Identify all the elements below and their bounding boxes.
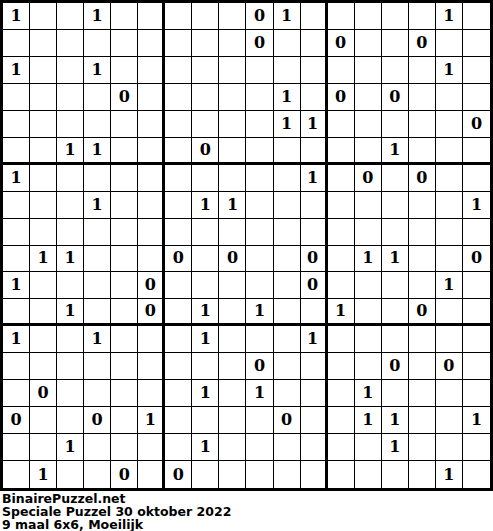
cell-r13c15[interactable] <box>382 326 409 353</box>
cell-r1c16[interactable] <box>409 3 436 30</box>
cell-r7c7[interactable] <box>165 165 192 192</box>
cell-r6c17[interactable] <box>436 138 463 165</box>
cell-r7c9[interactable] <box>219 165 246 192</box>
cell-r1c9[interactable] <box>219 3 246 30</box>
cell-r7c10[interactable] <box>246 165 273 192</box>
cell-r18c11[interactable] <box>274 461 301 488</box>
cell-r18c12[interactable] <box>301 461 328 488</box>
cell-r4c1[interactable] <box>3 84 30 111</box>
cell-r3c7[interactable] <box>165 57 192 84</box>
cell-r1c15[interactable] <box>382 3 409 30</box>
cell-r6c6[interactable] <box>138 138 165 165</box>
cell-r9c18[interactable] <box>463 219 490 246</box>
cell-r8c6[interactable] <box>138 192 165 219</box>
cell-r12c14[interactable] <box>355 299 382 326</box>
cell-r7c3[interactable] <box>57 165 84 192</box>
cell-r14c12[interactable] <box>301 353 328 380</box>
cell-r4c9[interactable] <box>219 84 246 111</box>
cell-r10c18: 0 <box>463 246 490 273</box>
cell-r8c17[interactable] <box>436 192 463 219</box>
cell-r2c17[interactable] <box>436 30 463 57</box>
cell-r18c10[interactable] <box>246 461 273 488</box>
cell-r5c6[interactable] <box>138 111 165 138</box>
cell-r4c16[interactable] <box>409 84 436 111</box>
cell-r1c7[interactable] <box>165 3 192 30</box>
cell-r10c5[interactable] <box>111 246 138 273</box>
cell-r1c11: 1 <box>274 3 301 30</box>
cell-r12c4[interactable] <box>84 299 111 326</box>
cell-r9c10[interactable] <box>246 219 273 246</box>
cell-r5c14[interactable] <box>355 111 382 138</box>
cell-r7c6[interactable] <box>138 165 165 192</box>
cell-r15c16[interactable] <box>409 380 436 407</box>
cell-r2c9[interactable] <box>219 30 246 57</box>
cell-r3c5[interactable] <box>111 57 138 84</box>
cell-r5c4[interactable] <box>84 111 111 138</box>
cell-r2c4[interactable] <box>84 30 111 57</box>
cell-r17c1[interactable] <box>3 434 30 461</box>
cell-r7c16: 0 <box>409 165 436 192</box>
cell-r11c14[interactable] <box>355 272 382 299</box>
cell-r10c9: 0 <box>219 246 246 273</box>
cell-r7c14: 0 <box>355 165 382 192</box>
cell-r11c12: 0 <box>301 272 328 299</box>
cell-r9c12[interactable] <box>301 219 328 246</box>
cell-r13c7[interactable] <box>165 326 192 353</box>
cell-r6c18[interactable] <box>463 138 490 165</box>
cell-r14c2[interactable] <box>30 353 57 380</box>
cell-r9c13[interactable] <box>328 219 355 246</box>
cell-r3c4: 1 <box>84 57 111 84</box>
cell-r5c15[interactable] <box>382 111 409 138</box>
cell-r11c13[interactable] <box>328 272 355 299</box>
cell-r18c8[interactable] <box>192 461 219 488</box>
cell-r8c4: 1 <box>84 192 111 219</box>
cell-r17c17[interactable] <box>436 434 463 461</box>
cell-r10c13[interactable] <box>328 246 355 273</box>
cell-r16c18: 1 <box>463 407 490 434</box>
cell-r4c6[interactable] <box>138 84 165 111</box>
cell-r11c6: 0 <box>138 272 165 299</box>
cell-r17c6[interactable] <box>138 434 165 461</box>
cell-r14c11[interactable] <box>274 353 301 380</box>
cell-r13c14[interactable] <box>355 326 382 353</box>
cell-r6c11[interactable] <box>274 138 301 165</box>
cell-r3c10[interactable] <box>246 57 273 84</box>
cell-r11c11[interactable] <box>274 272 301 299</box>
cell-r8c5[interactable] <box>111 192 138 219</box>
cell-r18c18[interactable] <box>463 461 490 488</box>
cell-r6c10[interactable] <box>246 138 273 165</box>
cell-r14c1[interactable] <box>3 353 30 380</box>
cell-r13c11[interactable] <box>274 326 301 353</box>
cell-r8c11[interactable] <box>274 192 301 219</box>
cell-r3c9[interactable] <box>219 57 246 84</box>
cell-r9c1[interactable] <box>3 219 30 246</box>
cell-r8c13[interactable] <box>328 192 355 219</box>
cell-r16c6: 1 <box>138 407 165 434</box>
cell-r6c3: 1 <box>57 138 84 165</box>
cell-r2c5[interactable] <box>111 30 138 57</box>
cell-r3c16[interactable] <box>409 57 436 84</box>
cell-r8c1[interactable] <box>3 192 30 219</box>
cell-r2c15[interactable] <box>382 30 409 57</box>
cell-r8c10[interactable] <box>246 192 273 219</box>
cell-r5c3[interactable] <box>57 111 84 138</box>
cell-r2c7[interactable] <box>165 30 192 57</box>
cell-r5c9[interactable] <box>219 111 246 138</box>
cell-r16c13[interactable] <box>328 407 355 434</box>
cell-r15c6[interactable] <box>138 380 165 407</box>
cell-r3c18[interactable] <box>463 57 490 84</box>
cell-r17c2[interactable] <box>30 434 57 461</box>
cell-r9c16[interactable] <box>409 219 436 246</box>
cell-r7c12: 1 <box>301 165 328 192</box>
cell-r11c9[interactable] <box>219 272 246 299</box>
cell-r14c4[interactable] <box>84 353 111 380</box>
cell-r1c14[interactable] <box>355 3 382 30</box>
cell-r13c9[interactable] <box>219 326 246 353</box>
cell-r13c3[interactable] <box>57 326 84 353</box>
cell-r11c18[interactable] <box>463 272 490 299</box>
cell-r17c12[interactable] <box>301 434 328 461</box>
cell-r9c8[interactable] <box>192 219 219 246</box>
cell-r9c5[interactable] <box>111 219 138 246</box>
cell-r10c4[interactable] <box>84 246 111 273</box>
cell-r3c2[interactable] <box>30 57 57 84</box>
cell-r12c7[interactable] <box>165 299 192 326</box>
cell-r13c2[interactable] <box>30 326 57 353</box>
cell-r7c11[interactable] <box>274 165 301 192</box>
cell-r13c1: 1 <box>3 326 30 353</box>
cell-r16c10[interactable] <box>246 407 273 434</box>
cell-r13c12: 1 <box>301 326 328 353</box>
cell-r9c2[interactable] <box>30 219 57 246</box>
cell-r16c12[interactable] <box>301 407 328 434</box>
cell-r14c16[interactable] <box>409 353 436 380</box>
cell-r5c7[interactable] <box>165 111 192 138</box>
cell-r7c15[interactable] <box>382 165 409 192</box>
cell-r2c12[interactable] <box>301 30 328 57</box>
cell-r16c9[interactable] <box>219 407 246 434</box>
cell-r9c9[interactable] <box>219 219 246 246</box>
cell-r17c11[interactable] <box>274 434 301 461</box>
cell-r10c1[interactable] <box>3 246 30 273</box>
cell-r11c8[interactable] <box>192 272 219 299</box>
cell-r14c3[interactable] <box>57 353 84 380</box>
cell-r8c9: 1 <box>219 192 246 219</box>
cell-r10c3: 1 <box>57 246 84 273</box>
cell-r16c8[interactable] <box>192 407 219 434</box>
cell-r3c14[interactable] <box>355 57 382 84</box>
cell-r3c3[interactable] <box>57 57 84 84</box>
cell-r12c8: 1 <box>192 299 219 326</box>
cell-r10c11[interactable] <box>274 246 301 273</box>
cell-r12c6: 0 <box>138 299 165 326</box>
cell-r11c5[interactable] <box>111 272 138 299</box>
cell-r4c3[interactable] <box>57 84 84 111</box>
cell-r15c7[interactable] <box>165 380 192 407</box>
cell-r4c2[interactable] <box>30 84 57 111</box>
cell-r8c12[interactable] <box>301 192 328 219</box>
cell-r13c13[interactable] <box>328 326 355 353</box>
cell-r1c8[interactable] <box>192 3 219 30</box>
cell-r16c3[interactable] <box>57 407 84 434</box>
cell-r15c11[interactable] <box>274 380 301 407</box>
cell-r17c4[interactable] <box>84 434 111 461</box>
cell-r11c2[interactable] <box>30 272 57 299</box>
cell-r15c5[interactable] <box>111 380 138 407</box>
cell-r12c12[interactable] <box>301 299 328 326</box>
cell-r17c7[interactable] <box>165 434 192 461</box>
cell-r1c2[interactable] <box>30 3 57 30</box>
cell-r12c18[interactable] <box>463 299 490 326</box>
cell-r2c8[interactable] <box>192 30 219 57</box>
cell-r1c6[interactable] <box>138 3 165 30</box>
cell-r14c14[interactable] <box>355 353 382 380</box>
cell-r13c16[interactable] <box>409 326 436 353</box>
cell-r6c7[interactable] <box>165 138 192 165</box>
cell-r17c13[interactable] <box>328 434 355 461</box>
cell-r6c14[interactable] <box>355 138 382 165</box>
cell-r1c5[interactable] <box>111 3 138 30</box>
cell-r17c10[interactable] <box>246 434 273 461</box>
cell-r10c7: 0 <box>165 246 192 273</box>
cell-r6c8: 0 <box>192 138 219 165</box>
cell-r3c12[interactable] <box>301 57 328 84</box>
cell-r18c6[interactable] <box>138 461 165 488</box>
cell-r3c6[interactable] <box>138 57 165 84</box>
cell-r9c7[interactable] <box>165 219 192 246</box>
cell-r17c15: 1 <box>382 434 409 461</box>
cell-r12c16: 0 <box>409 299 436 326</box>
cell-r15c2: 0 <box>30 380 57 407</box>
cell-r18c15[interactable] <box>382 461 409 488</box>
cell-r7c8[interactable] <box>192 165 219 192</box>
cell-r13c5[interactable] <box>111 326 138 353</box>
cell-r18c14[interactable] <box>355 461 382 488</box>
cell-r1c12[interactable] <box>301 3 328 30</box>
cell-r6c13[interactable] <box>328 138 355 165</box>
cell-r9c11[interactable] <box>274 219 301 246</box>
cell-r15c18[interactable] <box>463 380 490 407</box>
cell-r10c6[interactable] <box>138 246 165 273</box>
cell-r13c10[interactable] <box>246 326 273 353</box>
cell-r6c16[interactable] <box>409 138 436 165</box>
cell-r1c13[interactable] <box>328 3 355 30</box>
cell-r15c4[interactable] <box>84 380 111 407</box>
cell-r11c10[interactable] <box>246 272 273 299</box>
cell-r5c16[interactable] <box>409 111 436 138</box>
cell-r4c8[interactable] <box>192 84 219 111</box>
cell-r3c8[interactable] <box>192 57 219 84</box>
cell-r7c4[interactable] <box>84 165 111 192</box>
cell-r1c4: 1 <box>84 3 111 30</box>
cell-r15c1[interactable] <box>3 380 30 407</box>
cell-r11c16[interactable] <box>409 272 436 299</box>
cell-r8c2[interactable] <box>30 192 57 219</box>
cell-r12c15[interactable] <box>382 299 409 326</box>
cell-r16c2[interactable] <box>30 407 57 434</box>
cell-r6c1[interactable] <box>3 138 30 165</box>
cell-r16c11: 0 <box>274 407 301 434</box>
cell-r12c2[interactable] <box>30 299 57 326</box>
cell-r13c17[interactable] <box>436 326 463 353</box>
cell-r5c17[interactable] <box>436 111 463 138</box>
cell-r4c12[interactable] <box>301 84 328 111</box>
cell-r14c10: 0 <box>246 353 273 380</box>
cell-r14c15: 0 <box>382 353 409 380</box>
cell-r4c5: 0 <box>111 84 138 111</box>
cell-r7c13[interactable] <box>328 165 355 192</box>
cell-r8c15[interactable] <box>382 192 409 219</box>
cell-r8c3[interactable] <box>57 192 84 219</box>
cell-r8c14[interactable] <box>355 192 382 219</box>
cell-r1c18[interactable] <box>463 3 490 30</box>
cell-r16c16[interactable] <box>409 407 436 434</box>
cell-r14c7[interactable] <box>165 353 192 380</box>
footer-caption: BinairePuzzel.net Speciale Puzzel 30 okt… <box>0 491 493 531</box>
cell-r14c5[interactable] <box>111 353 138 380</box>
cell-r15c17[interactable] <box>436 380 463 407</box>
cell-r14c18[interactable] <box>463 353 490 380</box>
cell-r14c17: 0 <box>436 353 463 380</box>
cell-r2c2[interactable] <box>30 30 57 57</box>
cell-r12c17[interactable] <box>436 299 463 326</box>
cell-r7c17[interactable] <box>436 165 463 192</box>
cell-r14c13[interactable] <box>328 353 355 380</box>
cell-r9c6[interactable] <box>138 219 165 246</box>
cell-r15c13[interactable] <box>328 380 355 407</box>
cell-r12c9[interactable] <box>219 299 246 326</box>
cell-r12c5[interactable] <box>111 299 138 326</box>
cell-r7c5[interactable] <box>111 165 138 192</box>
cell-r17c9[interactable] <box>219 434 246 461</box>
cell-r9c3[interactable] <box>57 219 84 246</box>
cell-r12c3: 1 <box>57 299 84 326</box>
cell-r15c9[interactable] <box>219 380 246 407</box>
cell-r14c8[interactable] <box>192 353 219 380</box>
cell-r16c17[interactable] <box>436 407 463 434</box>
cell-r10c17[interactable] <box>436 246 463 273</box>
cell-r10c8[interactable] <box>192 246 219 273</box>
cell-r17c5[interactable] <box>111 434 138 461</box>
cell-r17c18[interactable] <box>463 434 490 461</box>
cell-r6c9[interactable] <box>219 138 246 165</box>
cell-r18c3[interactable] <box>57 461 84 488</box>
cell-r18c4[interactable] <box>84 461 111 488</box>
cell-r2c1[interactable] <box>3 30 30 57</box>
cell-r4c15: 0 <box>382 84 409 111</box>
cell-r18c17: 1 <box>436 461 463 488</box>
cell-r5c13[interactable] <box>328 111 355 138</box>
cell-r18c1[interactable] <box>3 461 30 488</box>
cell-r7c18[interactable] <box>463 165 490 192</box>
cell-r15c14: 1 <box>355 380 382 407</box>
cell-r5c2[interactable] <box>30 111 57 138</box>
cell-r1c1: 1 <box>3 3 30 30</box>
cell-r10c16[interactable] <box>409 246 436 273</box>
cell-r15c15[interactable] <box>382 380 409 407</box>
cell-r8c16[interactable] <box>409 192 436 219</box>
cell-r11c3[interactable] <box>57 272 84 299</box>
cell-r2c13: 0 <box>328 30 355 57</box>
cell-r12c1[interactable] <box>3 299 30 326</box>
cell-r16c7[interactable] <box>165 407 192 434</box>
cell-r3c15[interactable] <box>382 57 409 84</box>
cell-r9c14[interactable] <box>355 219 382 246</box>
cell-r4c7[interactable] <box>165 84 192 111</box>
cell-r16c5[interactable] <box>111 407 138 434</box>
cell-r17c14[interactable] <box>355 434 382 461</box>
cell-r16c14: 1 <box>355 407 382 434</box>
cell-r3c13[interactable] <box>328 57 355 84</box>
cell-r9c17[interactable] <box>436 219 463 246</box>
cell-r5c10[interactable] <box>246 111 273 138</box>
cell-r14c9[interactable] <box>219 353 246 380</box>
cell-r8c7[interactable] <box>165 192 192 219</box>
cell-r4c10[interactable] <box>246 84 273 111</box>
cell-r2c11[interactable] <box>274 30 301 57</box>
cell-r2c3[interactable] <box>57 30 84 57</box>
cell-r5c5[interactable] <box>111 111 138 138</box>
cell-r6c5[interactable] <box>111 138 138 165</box>
cell-r18c13[interactable] <box>328 461 355 488</box>
cell-r5c8[interactable] <box>192 111 219 138</box>
cell-r9c15[interactable] <box>382 219 409 246</box>
cell-r6c4: 1 <box>84 138 111 165</box>
cell-r11c15[interactable] <box>382 272 409 299</box>
cell-r13c6[interactable] <box>138 326 165 353</box>
cell-r18c16[interactable] <box>409 461 436 488</box>
cell-r2c6[interactable] <box>138 30 165 57</box>
cell-r12c11[interactable] <box>274 299 301 326</box>
cell-r15c12[interactable] <box>301 380 328 407</box>
cell-r4c11: 1 <box>274 84 301 111</box>
cell-r8c18: 1 <box>463 192 490 219</box>
cell-r11c4[interactable] <box>84 272 111 299</box>
cell-r18c9[interactable] <box>219 461 246 488</box>
cell-r10c10[interactable] <box>246 246 273 273</box>
cell-r17c16[interactable] <box>409 434 436 461</box>
cell-r4c4[interactable] <box>84 84 111 111</box>
cell-r6c2[interactable] <box>30 138 57 165</box>
cell-r2c18[interactable] <box>463 30 490 57</box>
cell-r2c14[interactable] <box>355 30 382 57</box>
cell-r4c17[interactable] <box>436 84 463 111</box>
cell-r18c7: 0 <box>165 461 192 488</box>
cell-r9c4[interactable] <box>84 219 111 246</box>
cell-r12c13: 1 <box>328 299 355 326</box>
cell-r1c10: 0 <box>246 3 273 30</box>
cell-r6c15: 1 <box>382 138 409 165</box>
cell-r4c14[interactable] <box>355 84 382 111</box>
cell-r13c18[interactable] <box>463 326 490 353</box>
cell-r1c3[interactable] <box>57 3 84 30</box>
cell-r11c7[interactable] <box>165 272 192 299</box>
cell-r3c11[interactable] <box>274 57 301 84</box>
cell-r7c2[interactable] <box>30 165 57 192</box>
cell-r5c1[interactable] <box>3 111 30 138</box>
cell-r6c12[interactable] <box>301 138 328 165</box>
cell-r13c8: 1 <box>192 326 219 353</box>
cell-r15c10: 1 <box>246 380 273 407</box>
cell-r4c18[interactable] <box>463 84 490 111</box>
cell-r15c3[interactable] <box>57 380 84 407</box>
cell-r18c5: 0 <box>111 461 138 488</box>
cell-r14c6[interactable] <box>138 353 165 380</box>
cell-r11c1: 1 <box>3 272 30 299</box>
